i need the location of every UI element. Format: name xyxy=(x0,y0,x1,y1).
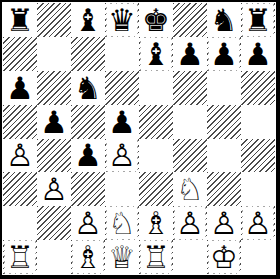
black-pawn-g7[interactable]: ♟ xyxy=(210,39,238,69)
square-d7[interactable] xyxy=(105,37,139,71)
square-g1[interactable]: ♔ xyxy=(207,240,241,274)
square-b1[interactable] xyxy=(37,240,71,274)
square-f6[interactable] xyxy=(173,71,207,105)
square-a1[interactable]: ♖ xyxy=(3,240,37,274)
square-d2[interactable]: ♘ xyxy=(105,206,139,240)
square-f7[interactable]: ♟ xyxy=(173,37,207,71)
black-king-e8[interactable]: ♚ xyxy=(142,5,170,35)
square-b7[interactable] xyxy=(37,37,71,71)
black-pawn-b5[interactable]: ♟ xyxy=(40,107,68,137)
square-h5[interactable] xyxy=(241,105,275,139)
black-rook-h8[interactable]: ♜ xyxy=(244,5,272,35)
square-f3[interactable]: ♘ xyxy=(173,172,207,206)
black-bishop-e7[interactable]: ♝ xyxy=(142,39,170,69)
board-frame: ♜♝♛♚♞♜♝♟♟♟♟♞♟♟♙♟♙♙♘♙♘♗♙♙♙♖♗♕♖♔ xyxy=(0,0,280,279)
square-a5[interactable] xyxy=(3,105,37,139)
square-e2[interactable]: ♗ xyxy=(139,206,173,240)
square-d3[interactable] xyxy=(105,172,139,206)
square-g5[interactable] xyxy=(207,105,241,139)
square-f5[interactable] xyxy=(173,105,207,139)
white-pawn-a4[interactable]: ♙ xyxy=(6,140,34,170)
square-c1[interactable]: ♗ xyxy=(71,240,105,274)
white-rook-a1[interactable]: ♖ xyxy=(6,242,34,272)
square-a7[interactable] xyxy=(3,37,37,71)
square-f4[interactable] xyxy=(173,139,207,173)
square-a8[interactable]: ♜ xyxy=(3,3,37,37)
square-f2[interactable]: ♙ xyxy=(173,206,207,240)
square-f8[interactable] xyxy=(173,3,207,37)
square-a4[interactable]: ♙ xyxy=(3,139,37,173)
black-bishop-c8[interactable]: ♝ xyxy=(74,5,102,35)
square-e3[interactable] xyxy=(139,172,173,206)
square-a3[interactable] xyxy=(3,172,37,206)
square-e8[interactable]: ♚ xyxy=(139,3,173,37)
square-h1[interactable] xyxy=(241,240,275,274)
white-pawn-h2[interactable]: ♙ xyxy=(244,208,272,238)
square-h2[interactable]: ♙ xyxy=(241,206,275,240)
white-knight-d2[interactable]: ♘ xyxy=(108,208,136,238)
square-b6[interactable] xyxy=(37,71,71,105)
square-d5[interactable]: ♟ xyxy=(105,105,139,139)
square-c3[interactable] xyxy=(71,172,105,206)
square-e6[interactable] xyxy=(139,71,173,105)
square-g4[interactable] xyxy=(207,139,241,173)
black-pawn-h7[interactable]: ♟ xyxy=(244,39,272,69)
square-c8[interactable]: ♝ xyxy=(71,3,105,37)
square-h6[interactable] xyxy=(241,71,275,105)
black-pawn-f7[interactable]: ♟ xyxy=(176,39,204,69)
white-pawn-f2[interactable]: ♙ xyxy=(176,208,204,238)
black-rook-a8[interactable]: ♜ xyxy=(6,5,34,35)
chess-board: ♜♝♛♚♞♜♝♟♟♟♟♞♟♟♙♟♙♙♘♙♘♗♙♙♙♖♗♕♖♔ xyxy=(3,3,275,274)
black-pawn-d5[interactable]: ♟ xyxy=(108,107,136,137)
white-queen-d1[interactable]: ♕ xyxy=(108,242,136,272)
square-e4[interactable] xyxy=(139,139,173,173)
black-knight-g8[interactable]: ♞ xyxy=(210,5,238,35)
square-c6[interactable]: ♞ xyxy=(71,71,105,105)
black-queen-d8[interactable]: ♛ xyxy=(108,5,136,35)
white-bishop-e2[interactable]: ♗ xyxy=(142,208,170,238)
square-e1[interactable]: ♖ xyxy=(139,240,173,274)
square-b2[interactable] xyxy=(37,206,71,240)
black-pawn-a6[interactable]: ♟ xyxy=(6,73,34,103)
square-b4[interactable] xyxy=(37,139,71,173)
white-rook-e1[interactable]: ♖ xyxy=(142,242,170,272)
square-b3[interactable]: ♙ xyxy=(37,172,71,206)
square-g3[interactable] xyxy=(207,172,241,206)
square-c7[interactable] xyxy=(71,37,105,71)
square-f1[interactable] xyxy=(173,240,207,274)
square-h7[interactable]: ♟ xyxy=(241,37,275,71)
square-d6[interactable] xyxy=(105,71,139,105)
square-a2[interactable] xyxy=(3,206,37,240)
white-knight-f3[interactable]: ♘ xyxy=(176,174,204,204)
square-d4[interactable]: ♙ xyxy=(105,139,139,173)
white-pawn-g2[interactable]: ♙ xyxy=(210,208,238,238)
white-pawn-c2[interactable]: ♙ xyxy=(74,208,102,238)
square-a6[interactable]: ♟ xyxy=(3,71,37,105)
square-h3[interactable] xyxy=(241,172,275,206)
square-g8[interactable]: ♞ xyxy=(207,3,241,37)
square-g2[interactable]: ♙ xyxy=(207,206,241,240)
white-pawn-b3[interactable]: ♙ xyxy=(40,174,68,204)
square-g7[interactable]: ♟ xyxy=(207,37,241,71)
square-c2[interactable]: ♙ xyxy=(71,206,105,240)
square-e5[interactable] xyxy=(139,105,173,139)
square-b8[interactable] xyxy=(37,3,71,37)
white-bishop-c1[interactable]: ♗ xyxy=(74,242,102,272)
square-c5[interactable] xyxy=(71,105,105,139)
white-pawn-d4[interactable]: ♙ xyxy=(108,140,136,170)
square-c4[interactable]: ♟ xyxy=(71,139,105,173)
square-d8[interactable]: ♛ xyxy=(105,3,139,37)
white-king-g1[interactable]: ♔ xyxy=(210,242,238,272)
square-b5[interactable]: ♟ xyxy=(37,105,71,139)
black-knight-c6[interactable]: ♞ xyxy=(74,73,102,103)
black-pawn-c4[interactable]: ♟ xyxy=(74,140,102,170)
square-g6[interactable] xyxy=(207,71,241,105)
square-e7[interactable]: ♝ xyxy=(139,37,173,71)
square-h8[interactable]: ♜ xyxy=(241,3,275,37)
square-d1[interactable]: ♕ xyxy=(105,240,139,274)
square-h4[interactable] xyxy=(241,139,275,173)
